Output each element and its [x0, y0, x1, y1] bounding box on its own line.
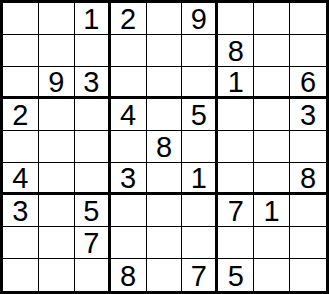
cell-r1c9[interactable] [290, 3, 326, 35]
cell-r3c3[interactable]: 3 [75, 67, 111, 99]
cell-r1c3[interactable]: 1 [75, 3, 111, 35]
cell-digit: 1 [83, 5, 99, 34]
cell-digit: 2 [120, 5, 136, 34]
cell-r7c2[interactable] [39, 195, 75, 227]
cell-r1c1[interactable] [3, 3, 39, 35]
cell-r9c5[interactable] [147, 259, 183, 291]
cell-r4c5[interactable] [147, 99, 183, 131]
cell-digit: 7 [228, 197, 244, 226]
cell-r9c2[interactable] [39, 259, 75, 291]
cell-r6c5[interactable] [147, 163, 183, 195]
cell-r7c8[interactable]: 1 [254, 195, 290, 227]
cell-r4c3[interactable] [75, 99, 111, 131]
cell-r6c2[interactable] [39, 163, 75, 195]
cell-digit: 3 [300, 101, 316, 130]
cell-digit: 8 [156, 133, 172, 162]
cell-r8c3[interactable]: 7 [75, 227, 111, 259]
cell-r8c6[interactable] [182, 227, 218, 259]
cell-r5c4[interactable] [111, 131, 147, 163]
cell-r2c4[interactable] [111, 35, 147, 67]
cell-r9c9[interactable] [290, 259, 326, 291]
cell-r4c2[interactable] [39, 99, 75, 131]
cell-r3c5[interactable] [147, 67, 183, 99]
cell-r6c8[interactable] [254, 163, 290, 195]
cell-r9c7[interactable]: 5 [218, 259, 254, 291]
cell-r5c3[interactable] [75, 131, 111, 163]
cell-digit: 1 [264, 197, 280, 226]
cell-r8c1[interactable] [3, 227, 39, 259]
cell-r9c3[interactable] [75, 259, 111, 291]
cell-r5c6[interactable] [182, 131, 218, 163]
cell-r7c9[interactable] [290, 195, 326, 227]
cell-digit: 9 [48, 68, 64, 97]
cell-r8c8[interactable] [254, 227, 290, 259]
cell-r8c5[interactable] [147, 227, 183, 259]
cell-r1c2[interactable] [39, 3, 75, 35]
cell-digit: 4 [120, 101, 136, 130]
cell-digit: 7 [83, 229, 99, 258]
cell-r5c9[interactable] [290, 131, 326, 163]
cell-r2c7[interactable]: 8 [218, 35, 254, 67]
cell-r4c4[interactable]: 4 [111, 99, 147, 131]
cell-r6c7[interactable] [218, 163, 254, 195]
cell-r4c1[interactable]: 2 [3, 99, 39, 131]
cell-r8c7[interactable] [218, 227, 254, 259]
cell-digit: 5 [191, 101, 207, 130]
cell-r6c1[interactable]: 4 [3, 163, 39, 195]
cell-r7c1[interactable]: 3 [3, 195, 39, 227]
cell-digit: 8 [228, 37, 244, 66]
cell-r3c2[interactable]: 9 [39, 67, 75, 99]
cell-r4c9[interactable]: 3 [290, 99, 326, 131]
cell-r2c6[interactable] [182, 35, 218, 67]
cell-r4c8[interactable] [254, 99, 290, 131]
cell-r1c5[interactable] [147, 3, 183, 35]
cell-r7c6[interactable] [182, 195, 218, 227]
cell-r1c6[interactable]: 9 [182, 3, 218, 35]
cell-digit: 5 [83, 197, 99, 226]
cell-r8c9[interactable] [290, 227, 326, 259]
cell-digit: 8 [120, 262, 136, 291]
cell-r6c3[interactable] [75, 163, 111, 195]
cell-r3c7[interactable]: 1 [218, 67, 254, 99]
cell-digit: 7 [191, 262, 207, 291]
cell-digit: 2 [12, 101, 28, 130]
cell-r6c9[interactable]: 8 [290, 163, 326, 195]
cell-r3c4[interactable] [111, 67, 147, 99]
cell-r9c6[interactable]: 7 [182, 259, 218, 291]
cell-digit: 1 [191, 164, 207, 193]
cell-r9c1[interactable] [3, 259, 39, 291]
cell-digit: 1 [228, 68, 244, 97]
cell-r7c3[interactable]: 5 [75, 195, 111, 227]
cell-r3c9[interactable]: 6 [290, 67, 326, 99]
cell-r5c8[interactable] [254, 131, 290, 163]
cell-r7c7[interactable]: 7 [218, 195, 254, 227]
cell-digit: 3 [12, 197, 28, 226]
cell-r3c6[interactable] [182, 67, 218, 99]
cell-r1c4[interactable]: 2 [111, 3, 147, 35]
cell-r2c1[interactable] [3, 35, 39, 67]
cell-digit: 9 [191, 5, 207, 34]
cell-r4c6[interactable]: 5 [182, 99, 218, 131]
cell-r2c8[interactable] [254, 35, 290, 67]
sudoku-board: 1298931624538431835717875 [0, 0, 329, 294]
cell-digit: 3 [83, 68, 99, 97]
cell-r5c7[interactable] [218, 131, 254, 163]
cell-r2c3[interactable] [75, 35, 111, 67]
cell-r1c8[interactable] [254, 3, 290, 35]
cell-r7c4[interactable] [111, 195, 147, 227]
cell-r2c9[interactable] [290, 35, 326, 67]
cell-r3c8[interactable] [254, 67, 290, 99]
cell-r9c8[interactable] [254, 259, 290, 291]
cell-digit: 8 [300, 164, 316, 193]
cell-r6c4[interactable]: 3 [111, 163, 147, 195]
cell-r1c7[interactable] [218, 3, 254, 35]
cell-r7c5[interactable] [147, 195, 183, 227]
cell-digit: 6 [300, 68, 316, 97]
cell-r5c5[interactable]: 8 [147, 131, 183, 163]
cell-r5c2[interactable] [39, 131, 75, 163]
cell-r3c1[interactable] [3, 67, 39, 99]
cell-digit: 5 [228, 262, 244, 291]
cell-r9c4[interactable]: 8 [111, 259, 147, 291]
cell-r6c6[interactable]: 1 [182, 163, 218, 195]
cell-r4c7[interactable] [218, 99, 254, 131]
cell-r2c2[interactable] [39, 35, 75, 67]
cell-r2c5[interactable] [147, 35, 183, 67]
cell-r8c4[interactable] [111, 227, 147, 259]
cell-r5c1[interactable] [3, 131, 39, 163]
cell-digit: 4 [12, 164, 28, 193]
cell-r8c2[interactable] [39, 227, 75, 259]
cell-digit: 3 [120, 164, 136, 193]
